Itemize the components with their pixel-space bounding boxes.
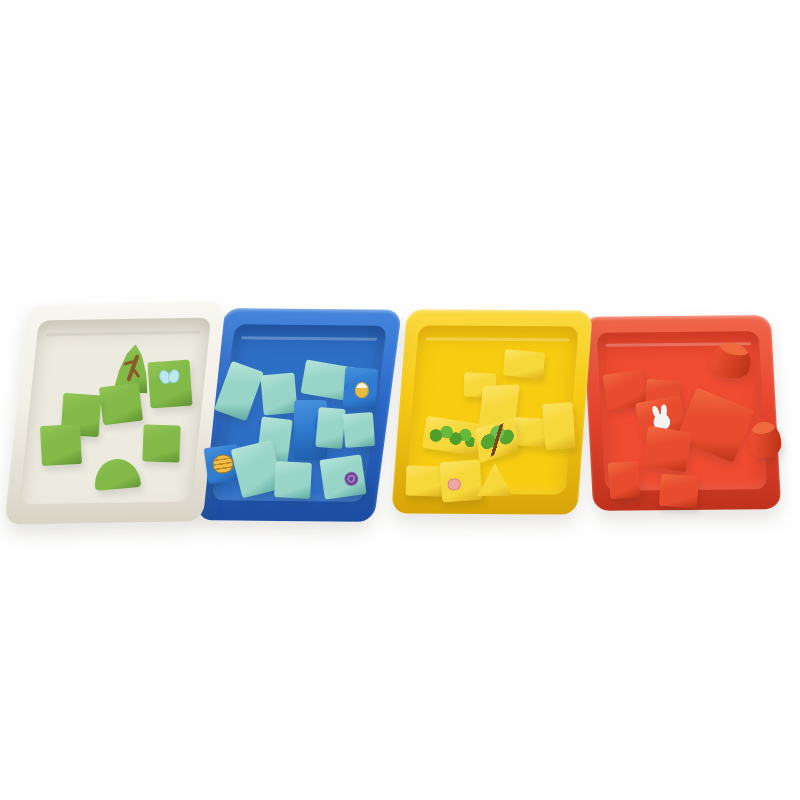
yellow-rect-block xyxy=(542,402,575,450)
teal-cube-snail-sticker-block xyxy=(319,454,366,499)
yellow-rect-block xyxy=(503,349,545,378)
green-cube-butterfly-sticker-block xyxy=(147,360,192,409)
butterfly-sticker xyxy=(159,368,180,384)
teal-cube-block xyxy=(260,373,297,416)
veins-sticker xyxy=(126,354,139,382)
darkblue-cube-bee-sticker-block xyxy=(343,367,379,409)
green-cube-block xyxy=(142,424,180,462)
yellow-cube-pig-sticker-block xyxy=(440,460,483,503)
bee-sticker xyxy=(356,383,369,398)
green-cube-block xyxy=(40,424,82,466)
red-cube-block xyxy=(607,461,640,499)
yellow-cube-block xyxy=(405,465,444,496)
green-cube-block xyxy=(99,383,143,426)
caterpillar-sticker xyxy=(428,423,477,450)
teal-cube-block xyxy=(274,461,312,499)
teal-cube-block xyxy=(343,412,375,448)
photo-stage xyxy=(0,0,800,800)
beehive-sticker xyxy=(212,454,233,473)
teal-rect-block xyxy=(315,407,345,449)
red-cube-block xyxy=(642,426,692,472)
red-cube-block xyxy=(659,474,699,509)
pig-sticker xyxy=(447,478,461,491)
snail-sticker xyxy=(343,471,359,487)
